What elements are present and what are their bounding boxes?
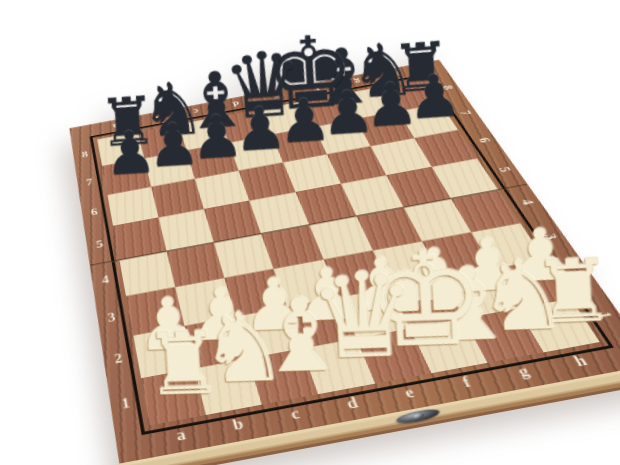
square-d6[interactable] bbox=[239, 163, 295, 201]
board-grid: ♜♞♝♛♚♝♞♜♟♟♟♟♟♟♟♟♟♟♟♟♟♟♟♟♜♞♝♛♚♝♞♜ bbox=[97, 79, 600, 425]
rank-label-5-right: 5 bbox=[493, 163, 515, 176]
piece-black-pawn-a7[interactable]: ♟ bbox=[102, 123, 149, 184]
rank-label-3-left: 3 bbox=[102, 310, 121, 326]
square-b5[interactable] bbox=[159, 209, 214, 251]
rank-label-1-left: 1 bbox=[115, 394, 136, 413]
file-label-h-bottom: h bbox=[562, 350, 599, 371]
file-label-c-bottom: c bbox=[279, 403, 311, 425]
square-a1[interactable]: ♜ bbox=[141, 368, 206, 425]
perspective-scene: ♜♞♝♛♚♝♞♜♟♟♟♟♟♟♟♟♟♟♟♟♟♟♟♟♜♞♝♛♚♝♞♜ aabbccd… bbox=[0, 0, 620, 465]
square-c5[interactable] bbox=[204, 201, 261, 242]
board-rotation-wrapper: ♜♞♝♛♚♝♞♜♟♟♟♟♟♟♟♟♟♟♟♟♟♟♟♟♜♞♝♛♚♝♞♜ aabbccd… bbox=[0, 0, 620, 465]
rank-label-6-right: 6 bbox=[473, 134, 494, 146]
square-a5[interactable] bbox=[113, 218, 166, 260]
square-b6[interactable] bbox=[151, 179, 204, 218]
piece-white-rook-a1[interactable]: ♜ bbox=[142, 320, 204, 408]
square-g5[interactable] bbox=[386, 167, 450, 207]
latch-knob bbox=[412, 412, 425, 420]
product-photo-stage: ♜♞♝♛♚♝♞♜♟♟♟♟♟♟♟♟♟♟♟♟♟♟♟♟♜♞♝♛♚♝♞♜ aabbccd… bbox=[0, 0, 620, 465]
file-label-b-bottom: b bbox=[223, 413, 254, 435]
file-label-e-bottom: e bbox=[393, 382, 427, 404]
latch-clasp-icon bbox=[396, 407, 441, 426]
file-label-f-bottom: f bbox=[449, 371, 484, 393]
rank-label-5-left: 5 bbox=[91, 238, 108, 252]
file-label-d-bottom: d bbox=[336, 392, 369, 414]
rank-label-4-left: 4 bbox=[96, 272, 114, 287]
square-h5[interactable] bbox=[432, 159, 498, 199]
rank-label-6-left: 6 bbox=[86, 206, 103, 219]
rank-label-7-left: 7 bbox=[82, 177, 98, 189]
file-label-a-bottom: a bbox=[166, 424, 196, 447]
square-a6[interactable] bbox=[107, 187, 158, 226]
square-a7[interactable]: ♟ bbox=[102, 158, 151, 195]
rank-label-8-left: 8 bbox=[77, 149, 92, 161]
rank-label-2-left: 2 bbox=[109, 350, 129, 368]
rank-label-4-right: 4 bbox=[515, 195, 539, 209]
file-label-g-bottom: g bbox=[506, 361, 542, 383]
chess-board: ♜♞♝♛♚♝♞♜♟♟♟♟♟♟♟♟♟♟♟♟♟♟♟♟♜♞♝♛♚♝♞♜ aabbccd… bbox=[69, 60, 620, 464]
